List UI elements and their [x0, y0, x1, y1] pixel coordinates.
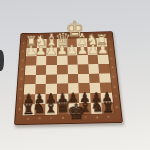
rank-label-right-8: 8 [114, 106, 120, 109]
square-h6 [100, 83, 112, 93]
square-f4 [78, 64, 89, 73]
square-b3 [36, 56, 47, 65]
square-h7 [101, 92, 113, 103]
file-label-bottom-b: b [37, 118, 43, 121]
rank-label-left-5: 5 [18, 78, 24, 81]
file-label-top-a: a [29, 35, 34, 37]
file-label-top-g: g [89, 34, 94, 36]
square-d1 [57, 39, 67, 48]
rank-label-left-4: 4 [19, 69, 25, 71]
square-g7 [90, 93, 102, 104]
chessboard-frame: aabbccddeeffgghh1122334455667788♜♞♝♛♝♞♜♟… [14, 31, 123, 125]
square-h4 [99, 64, 110, 73]
rank-label-right-1: 1 [107, 41, 112, 43]
square-h3 [98, 55, 109, 64]
rank-label-left-3: 3 [20, 60, 25, 62]
square-c1 [47, 39, 57, 48]
file-label-top-e: e [69, 34, 74, 36]
file-label-bottom-a: a [25, 118, 31, 121]
square-b6 [35, 84, 46, 94]
square-f2 [77, 47, 88, 56]
square-g8 [91, 103, 103, 114]
square-e1 [67, 38, 77, 47]
square-c3 [46, 56, 56, 65]
square-e8 [68, 103, 80, 114]
square-a1 [26, 39, 36, 48]
square-a7 [23, 94, 35, 105]
square-h1 [97, 38, 108, 47]
square-c6 [46, 84, 57, 94]
square-g1 [87, 38, 98, 47]
square-c8 [45, 104, 56, 115]
file-label-top-b: b [39, 35, 44, 37]
file-label-bottom-f: f [83, 117, 89, 120]
square-d2 [57, 47, 67, 56]
rank-label-right-4: 4 [110, 67, 116, 69]
square-b1 [37, 39, 47, 48]
square-a2 [26, 48, 37, 57]
square-d3 [57, 56, 67, 65]
square-c7 [46, 94, 57, 105]
square-e4 [67, 64, 78, 73]
square-a6 [24, 84, 35, 94]
rank-label-left-2: 2 [20, 51, 25, 53]
square-c4 [46, 65, 57, 74]
rank-label-left-7: 7 [17, 98, 23, 101]
square-f3 [77, 55, 88, 64]
square-d4 [57, 65, 68, 74]
square-g5 [89, 73, 100, 83]
square-h5 [99, 73, 111, 83]
square-f7 [79, 93, 91, 104]
square-b7 [34, 94, 45, 105]
chessboard-grid [23, 38, 114, 115]
file-label-bottom-c: c [48, 118, 54, 121]
square-g6 [89, 83, 101, 93]
square-f1 [77, 38, 87, 47]
rank-label-left-6: 6 [18, 88, 24, 91]
file-label-top-d: d [59, 35, 64, 37]
white-king: ♚ [65, 18, 79, 40]
square-g2 [87, 46, 98, 55]
square-a4 [25, 65, 36, 74]
file-label-top-h: h [99, 34, 104, 36]
square-c2 [47, 47, 57, 56]
square-b5 [35, 74, 46, 84]
file-label-bottom-d: d [60, 117, 66, 120]
square-b4 [36, 65, 47, 74]
square-e3 [67, 55, 78, 64]
square-g4 [88, 64, 99, 73]
rank-label-right-7: 7 [113, 96, 119, 99]
file-label-bottom-h: h [106, 116, 112, 119]
square-f8 [79, 103, 91, 114]
file-label-top-f: f [79, 34, 84, 36]
square-a5 [24, 75, 35, 85]
rank-label-left-1: 1 [21, 42, 26, 44]
square-h8 [102, 103, 114, 114]
square-e6 [68, 83, 79, 93]
file-label-bottom-g: g [94, 117, 100, 120]
square-e7 [68, 93, 79, 104]
file-label-top-c: c [49, 35, 54, 37]
square-d6 [57, 83, 68, 93]
square-a3 [25, 56, 36, 65]
square-d7 [57, 93, 68, 104]
square-d8 [57, 104, 68, 115]
square-b8 [34, 104, 46, 115]
file-label-bottom-e: e [71, 117, 77, 120]
square-e5 [67, 74, 78, 84]
square-b2 [36, 47, 46, 56]
rank-label-right-2: 2 [108, 49, 113, 51]
rank-label-right-3: 3 [109, 58, 115, 60]
square-d5 [57, 74, 68, 84]
square-f5 [78, 73, 89, 83]
left-edge-object [0, 50, 4, 71]
square-e2 [67, 47, 77, 56]
square-h2 [97, 46, 108, 55]
square-c5 [46, 74, 57, 84]
rank-label-right-5: 5 [111, 76, 117, 79]
rank-label-right-6: 6 [112, 86, 118, 89]
photo-background: aabbccddeeffgghh1122334455667788♜♞♝♛♝♞♜♟… [0, 0, 150, 150]
rank-label-left-8: 8 [16, 108, 22, 111]
square-f6 [78, 83, 89, 93]
square-a8 [23, 104, 35, 115]
square-g3 [88, 55, 99, 64]
